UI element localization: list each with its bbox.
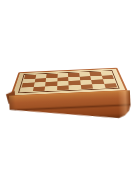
board-square: [80, 84, 93, 89]
board-square: [57, 85, 69, 90]
box-front-side: [9, 90, 131, 123]
board-square: [104, 83, 117, 88]
product-photo: [0, 0, 140, 187]
board-square: [69, 85, 81, 90]
board-field: [20, 71, 117, 92]
chess-box: [7, 58, 134, 132]
board-square: [45, 86, 57, 91]
board-square: [32, 86, 45, 91]
pinstripe-frame: [18, 70, 120, 93]
